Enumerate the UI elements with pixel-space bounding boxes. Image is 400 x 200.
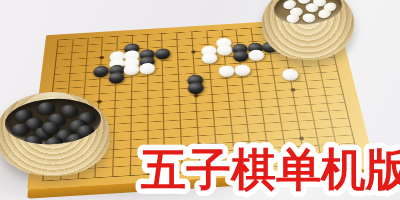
- white-bowl-stone: [318, 8, 333, 20]
- black-stone: [187, 82, 204, 95]
- white-stone: [218, 65, 235, 77]
- white-bowl-stone: [302, 14, 316, 24]
- black-stone: [92, 66, 108, 78]
- black-bowl-opening: [4, 96, 102, 146]
- white-stone: [201, 52, 217, 64]
- black-stone: [108, 72, 124, 84]
- black-bowl-stone: [66, 133, 85, 146]
- white-bowl-stone: [286, 14, 300, 24]
- white-stone: [124, 64, 140, 76]
- black-stone: [232, 50, 249, 62]
- gomoku-promo-banner[interactable]: 五子棋单机版: [0, 0, 400, 200]
- white-stone: [247, 49, 264, 61]
- white-bowl-opening: [273, 0, 344, 27]
- black-stone: [155, 48, 171, 60]
- white-bowl-stone: [305, 3, 319, 13]
- white-stone: [216, 44, 233, 56]
- white-stone: [234, 64, 251, 76]
- white-stone: [140, 63, 156, 75]
- black-stone-bowl: [0, 92, 110, 176]
- black-bowl-stone: [11, 123, 30, 136]
- black-bowl-stone: [37, 102, 56, 115]
- white-stone: [282, 69, 300, 81]
